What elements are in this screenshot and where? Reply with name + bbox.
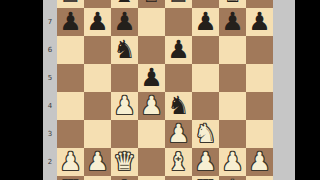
square-f6[interactable]: [192, 36, 219, 64]
square-g6[interactable]: [219, 36, 246, 64]
piece-white-pawn-d4[interactable]: ♟: [138, 92, 165, 120]
piece-white-pawn-f2[interactable]: ♟: [192, 148, 219, 176]
square-a2[interactable]: ♟: [57, 148, 84, 176]
piece-white-pawn-c4[interactable]: ♟: [111, 92, 138, 120]
piece-white-rook-f1[interactable]: ♜: [192, 176, 219, 180]
piece-white-pawn-g2[interactable]: ♟: [219, 148, 246, 176]
square-h6[interactable]: [246, 36, 273, 64]
square-f7[interactable]: ♟: [192, 8, 219, 36]
piece-black-pawn-f7[interactable]: ♟: [192, 8, 219, 36]
square-e5[interactable]: [165, 64, 192, 92]
square-a1[interactable]: ♜: [57, 176, 84, 180]
square-g1[interactable]: ♚: [219, 176, 246, 180]
piece-black-pawn-d5[interactable]: ♟: [138, 64, 165, 92]
square-f5[interactable]: [192, 64, 219, 92]
piece-black-knight-e4[interactable]: ♞: [165, 92, 192, 120]
square-d3[interactable]: [138, 120, 165, 148]
square-h7[interactable]: ♟: [246, 8, 273, 36]
square-b7[interactable]: ♟: [84, 8, 111, 36]
square-g2[interactable]: ♟: [219, 148, 246, 176]
square-b4[interactable]: [84, 92, 111, 120]
square-h2[interactable]: ♟: [246, 148, 273, 176]
piece-white-pawn-e3[interactable]: ♟: [165, 120, 192, 148]
square-b1[interactable]: [84, 176, 111, 180]
square-c1[interactable]: ♝: [111, 176, 138, 180]
chess-board[interactable]: ♜♝♛♜♚♟♟♟♟♟♟♞♟♟♟♟♞♟♞♟♟♛♝♟♟♟♜♝♜♚: [57, 0, 273, 180]
square-d5[interactable]: ♟: [138, 64, 165, 92]
square-h5[interactable]: [246, 64, 273, 92]
square-h1[interactable]: [246, 176, 273, 180]
square-h4[interactable]: [246, 92, 273, 120]
square-f1[interactable]: ♜: [192, 176, 219, 180]
square-f4[interactable]: [192, 92, 219, 120]
square-e6[interactable]: ♟: [165, 36, 192, 64]
piece-black-pawn-e6[interactable]: ♟: [165, 36, 192, 64]
square-c5[interactable]: [111, 64, 138, 92]
square-g7[interactable]: ♟: [219, 8, 246, 36]
rank-label-8: 8: [43, 0, 57, 8]
piece-white-knight-f3[interactable]: ♞: [192, 120, 219, 148]
square-g4[interactable]: [219, 92, 246, 120]
square-e7[interactable]: [165, 8, 192, 36]
piece-black-queen-d8[interactable]: ♛: [138, 0, 165, 8]
square-b2[interactable]: ♟: [84, 148, 111, 176]
square-e8[interactable]: ♜: [165, 0, 192, 8]
piece-black-knight-c6[interactable]: ♞: [111, 36, 138, 64]
square-c7[interactable]: ♟: [111, 8, 138, 36]
square-b5[interactable]: [84, 64, 111, 92]
piece-black-pawn-c7[interactable]: ♟: [111, 8, 138, 36]
square-a5[interactable]: [57, 64, 84, 92]
piece-white-pawn-b2[interactable]: ♟: [84, 148, 111, 176]
rank-label-7: 7: [43, 8, 57, 36]
square-e3[interactable]: ♟: [165, 120, 192, 148]
square-f3[interactable]: ♞: [192, 120, 219, 148]
piece-black-pawn-g7[interactable]: ♟: [219, 8, 246, 36]
rank-label-6: 6: [43, 36, 57, 64]
square-a6[interactable]: [57, 36, 84, 64]
piece-white-pawn-a2[interactable]: ♟: [57, 148, 84, 176]
square-g3[interactable]: [219, 120, 246, 148]
rank-label-4: 4: [43, 92, 57, 120]
rank-label-3: 3: [43, 120, 57, 148]
square-e2[interactable]: ♝: [165, 148, 192, 176]
piece-white-king-g1[interactable]: ♚: [219, 176, 246, 180]
square-d7[interactable]: [138, 8, 165, 36]
piece-black-rook-e8[interactable]: ♜: [165, 0, 192, 8]
square-d8[interactable]: ♛: [138, 0, 165, 8]
square-f2[interactable]: ♟: [192, 148, 219, 176]
piece-white-rook-a1[interactable]: ♜: [57, 176, 84, 180]
rank-label-5: 5: [43, 64, 57, 92]
square-a7[interactable]: ♟: [57, 8, 84, 36]
square-b6[interactable]: [84, 36, 111, 64]
piece-white-bishop-c1[interactable]: ♝: [111, 176, 138, 180]
square-d4[interactable]: ♟: [138, 92, 165, 120]
piece-black-pawn-a7[interactable]: ♟: [57, 8, 84, 36]
square-a4[interactable]: [57, 92, 84, 120]
square-g5[interactable]: [219, 64, 246, 92]
chess-diagram: ♜♝♛♜♚♟♟♟♟♟♟♞♟♟♟♟♞♟♞♟♟♛♝♟♟♟♜♝♜♚ 87654321: [0, 0, 320, 180]
rank-label-1: 1: [43, 176, 57, 180]
square-d6[interactable]: [138, 36, 165, 64]
square-c3[interactable]: [111, 120, 138, 148]
square-c2[interactable]: ♛: [111, 148, 138, 176]
square-e1[interactable]: [165, 176, 192, 180]
piece-black-pawn-h7[interactable]: ♟: [246, 8, 273, 36]
piece-white-bishop-e2[interactable]: ♝: [165, 148, 192, 176]
piece-white-queen-c2[interactable]: ♛: [111, 148, 138, 176]
square-b3[interactable]: [84, 120, 111, 148]
piece-white-pawn-h2[interactable]: ♟: [246, 148, 273, 176]
square-h3[interactable]: [246, 120, 273, 148]
square-d1[interactable]: [138, 176, 165, 180]
square-d2[interactable]: [138, 148, 165, 176]
piece-black-pawn-b7[interactable]: ♟: [84, 8, 111, 36]
square-a3[interactable]: [57, 120, 84, 148]
rank-label-2: 2: [43, 148, 57, 176]
square-e4[interactable]: ♞: [165, 92, 192, 120]
square-c6[interactable]: ♞: [111, 36, 138, 64]
square-c4[interactable]: ♟: [111, 92, 138, 120]
